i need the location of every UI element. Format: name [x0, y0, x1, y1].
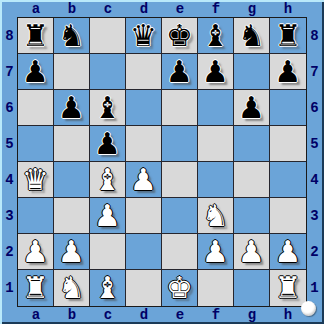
piece-black-bishop[interactable]: ♝: [94, 91, 121, 125]
piece-white-pawn[interactable]: ♟: [202, 235, 229, 269]
square-d2[interactable]: [126, 234, 162, 270]
square-e7[interactable]: ♟: [162, 54, 198, 90]
piece-white-bishop[interactable]: ♝: [94, 163, 121, 197]
square-d6[interactable]: [126, 90, 162, 126]
rank-label-7: 7: [2, 54, 17, 90]
square-g5[interactable]: [234, 126, 270, 162]
rank-label-4: 4: [2, 162, 17, 198]
piece-black-pawn[interactable]: ♟: [94, 127, 121, 161]
square-c2[interactable]: [90, 234, 126, 270]
file-label-c: c: [90, 1, 126, 17]
square-d1[interactable]: [126, 270, 162, 306]
piece-black-rook[interactable]: ♜: [275, 19, 302, 53]
square-g7[interactable]: [234, 54, 270, 90]
square-h4[interactable]: [270, 162, 306, 198]
square-f2[interactable]: ♟: [198, 234, 234, 270]
square-e1[interactable]: ♚: [162, 270, 198, 306]
piece-white-pawn[interactable]: ♟: [22, 235, 49, 269]
white-to-move-indicator: [301, 301, 316, 316]
piece-white-knight[interactable]: ♞: [58, 271, 85, 305]
rank-label-2: 2: [307, 234, 322, 270]
square-h3[interactable]: [270, 198, 306, 234]
file-label-a: a: [18, 1, 54, 17]
square-c1[interactable]: ♝: [90, 270, 126, 306]
piece-black-pawn[interactable]: ♟: [166, 55, 193, 89]
square-g6[interactable]: ♟: [234, 90, 270, 126]
rank-label-8: 8: [2, 18, 17, 54]
square-b1[interactable]: ♞: [54, 270, 90, 306]
piece-black-knight[interactable]: ♞: [238, 19, 265, 53]
file-label-a: a: [18, 306, 54, 323]
square-c7[interactable]: [90, 54, 126, 90]
square-a8[interactable]: ♜: [18, 18, 54, 54]
square-a7[interactable]: ♟: [18, 54, 54, 90]
square-g4[interactable]: [234, 162, 270, 198]
rank-label-1: 1: [2, 270, 17, 306]
piece-black-king[interactable]: ♚: [166, 19, 193, 53]
piece-white-pawn[interactable]: ♟: [94, 199, 121, 233]
square-d3[interactable]: [126, 198, 162, 234]
square-h8[interactable]: ♜: [270, 18, 306, 54]
file-labels-top: abcdefgh: [18, 1, 306, 17]
file-label-b: b: [54, 1, 90, 17]
piece-black-pawn[interactable]: ♟: [238, 91, 265, 125]
piece-white-queen[interactable]: ♛: [22, 163, 49, 197]
rank-label-3: 3: [307, 198, 322, 234]
piece-white-pawn[interactable]: ♟: [238, 235, 265, 269]
file-labels-bottom: abcdefgh: [18, 306, 306, 323]
square-e8[interactable]: ♚: [162, 18, 198, 54]
square-h2[interactable]: ♟: [270, 234, 306, 270]
file-label-f: f: [198, 1, 234, 17]
square-a3[interactable]: [18, 198, 54, 234]
piece-black-bishop[interactable]: ♝: [202, 19, 229, 53]
rank-labels-left: 87654321: [2, 18, 17, 306]
square-g1[interactable]: [234, 270, 270, 306]
square-d7[interactable]: [126, 54, 162, 90]
piece-white-knight[interactable]: ♞: [202, 199, 229, 233]
square-a6[interactable]: [18, 90, 54, 126]
file-label-f: f: [198, 306, 234, 323]
piece-white-pawn[interactable]: ♟: [275, 235, 302, 269]
square-b3[interactable]: [54, 198, 90, 234]
piece-black-pawn[interactable]: ♟: [202, 55, 229, 89]
file-label-b: b: [54, 306, 90, 323]
square-h5[interactable]: [270, 126, 306, 162]
file-label-d: d: [126, 1, 162, 17]
square-a2[interactable]: ♟: [18, 234, 54, 270]
piece-white-pawn[interactable]: ♟: [58, 235, 85, 269]
square-g3[interactable]: [234, 198, 270, 234]
square-b8[interactable]: ♞: [54, 18, 90, 54]
piece-white-pawn[interactable]: ♟: [130, 163, 157, 197]
rank-label-6: 6: [307, 90, 322, 126]
rank-label-3: 3: [2, 198, 17, 234]
square-d8[interactable]: ♛: [126, 18, 162, 54]
square-c6[interactable]: ♝: [90, 90, 126, 126]
rank-label-5: 5: [307, 126, 322, 162]
piece-white-rook[interactable]: ♜: [22, 271, 49, 305]
square-b5[interactable]: [54, 126, 90, 162]
rank-label-5: 5: [2, 126, 17, 162]
square-c3[interactable]: ♟: [90, 198, 126, 234]
square-d5[interactable]: [126, 126, 162, 162]
file-label-g: g: [234, 306, 270, 323]
file-label-g: g: [234, 1, 270, 17]
square-e5[interactable]: [162, 126, 198, 162]
rank-label-7: 7: [307, 54, 322, 90]
square-d4[interactable]: ♟: [126, 162, 162, 198]
piece-black-knight[interactable]: ♞: [58, 19, 85, 53]
rank-label-4: 4: [307, 162, 322, 198]
file-label-d: d: [126, 306, 162, 323]
square-c5[interactable]: ♟: [90, 126, 126, 162]
square-f6[interactable]: [198, 90, 234, 126]
square-b6[interactable]: ♟: [54, 90, 90, 126]
piece-black-pawn[interactable]: ♟: [275, 55, 302, 89]
square-h1[interactable]: ♜: [270, 270, 306, 306]
piece-black-queen[interactable]: ♛: [130, 19, 157, 53]
chess-board: ♜♞♛♚♝♞♜♟♟♟♟♟♝♟♟♛♝♟♟♞♟♟♟♟♟♜♞♝♚♜: [17, 17, 307, 307]
rank-label-8: 8: [307, 18, 322, 54]
square-a5[interactable]: [18, 126, 54, 162]
rank-label-2: 2: [2, 234, 17, 270]
square-b4[interactable]: [54, 162, 90, 198]
square-e3[interactable]: [162, 198, 198, 234]
square-f7[interactable]: ♟: [198, 54, 234, 90]
square-f3[interactable]: ♞: [198, 198, 234, 234]
square-g8[interactable]: ♞: [234, 18, 270, 54]
square-f8[interactable]: ♝: [198, 18, 234, 54]
rank-label-6: 6: [2, 90, 17, 126]
file-label-c: c: [90, 306, 126, 323]
square-h7[interactable]: ♟: [270, 54, 306, 90]
square-h6[interactable]: [270, 90, 306, 126]
piece-white-bishop[interactable]: ♝: [94, 271, 121, 305]
chess-board-frame: abcdefgh abcdefgh 87654321 87654321 ♜♞♛♚…: [0, 0, 324, 324]
file-label-h: h: [270, 1, 306, 17]
square-f1[interactable]: [198, 270, 234, 306]
square-f4[interactable]: [198, 162, 234, 198]
square-g2[interactable]: ♟: [234, 234, 270, 270]
square-a4[interactable]: ♛: [18, 162, 54, 198]
square-b2[interactable]: ♟: [54, 234, 90, 270]
piece-white-rook[interactable]: ♜: [275, 271, 302, 305]
piece-black-pawn[interactable]: ♟: [22, 55, 49, 89]
piece-black-rook[interactable]: ♜: [22, 19, 49, 53]
square-e6[interactable]: [162, 90, 198, 126]
square-f5[interactable]: [198, 126, 234, 162]
square-c8[interactable]: [90, 18, 126, 54]
file-label-e: e: [162, 306, 198, 323]
square-a1[interactable]: ♜: [18, 270, 54, 306]
square-c4[interactable]: ♝: [90, 162, 126, 198]
rank-labels-right: 87654321: [307, 18, 322, 306]
file-label-e: e: [162, 1, 198, 17]
square-e4[interactable]: [162, 162, 198, 198]
piece-white-king[interactable]: ♚: [166, 271, 193, 305]
piece-black-pawn[interactable]: ♟: [58, 91, 85, 125]
square-b7[interactable]: [54, 54, 90, 90]
square-e2[interactable]: [162, 234, 198, 270]
